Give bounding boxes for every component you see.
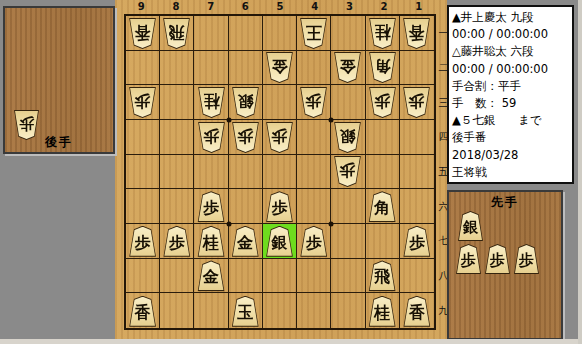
info-line-5: 手合割：平手 (452, 78, 569, 95)
piece-kanji: 歩 (409, 232, 425, 251)
sente-bishop-piece[interactable]: 角 (368, 191, 397, 222)
square-2-9[interactable]: 桂 (366, 293, 400, 328)
square-4-6[interactable] (297, 189, 331, 224)
sente-pawn-piece[interactable]: 歩 (402, 226, 431, 257)
piece-face: 金 (334, 53, 361, 82)
square-2-5[interactable] (366, 155, 400, 190)
piece-kanji: 銀 (271, 232, 287, 251)
square-1-5[interactable] (400, 155, 434, 190)
piece-face: 香 (403, 19, 430, 48)
square-5-9[interactable] (263, 293, 297, 328)
file-label-1: 1 (401, 1, 436, 13)
square-6-8[interactable] (229, 259, 263, 294)
window-bottom-edge (0, 339, 582, 344)
gote-pawn-piece[interactable]: 歩 (402, 87, 431, 118)
square-5-8[interactable] (263, 259, 297, 294)
square-8-8[interactable] (160, 259, 194, 294)
board-wood-background: 香飛王桂香金金角歩桂銀歩歩歩歩歩歩銀歩歩歩角歩歩桂金銀歩歩金飛香玉桂香 (115, 0, 447, 339)
piece-face: 歩 (198, 192, 225, 221)
square-4-9[interactable] (297, 293, 331, 328)
piece-kanji: 王 (306, 24, 322, 43)
shogi-board: 香飛王桂香金金角歩桂銀歩歩歩歩歩歩銀歩歩歩角歩歩桂金銀歩歩金飛香玉桂香 (124, 14, 436, 330)
square-3-4[interactable]: 銀 (331, 120, 365, 155)
square-8-5[interactable] (160, 155, 194, 190)
square-7-4[interactable]: 歩 (194, 120, 228, 155)
square-3-6[interactable] (331, 189, 365, 224)
piece-kanji: 桂 (203, 93, 219, 112)
square-5-5[interactable] (263, 155, 297, 190)
piece-face: 銀 (232, 88, 259, 117)
info-line-9: 2018/03/28 (452, 147, 569, 164)
square-1-4[interactable] (400, 120, 434, 155)
piece-face: 金 (232, 227, 259, 256)
square-8-6[interactable] (160, 189, 194, 224)
sente-pawn-piece[interactable]: 歩 (484, 244, 511, 274)
square-5-2[interactable]: 金 (263, 51, 297, 86)
info-line-2: 00:00 / 00:00:00 (452, 26, 569, 43)
board-star-point (329, 118, 334, 123)
board-star-point (226, 118, 231, 123)
square-9-3[interactable]: 歩 (126, 85, 160, 120)
square-3-1[interactable] (331, 16, 365, 51)
square-8-2[interactable] (160, 51, 194, 86)
piece-kanji: 歩 (135, 232, 151, 251)
piece-kanji: 角 (374, 197, 390, 216)
sente-tray-label: 先手 (449, 194, 561, 211)
square-1-8[interactable] (400, 259, 434, 294)
file-label-4: 4 (297, 1, 332, 13)
piece-face: 香 (129, 297, 156, 326)
board-star-point (329, 222, 334, 227)
board-star-point (226, 222, 231, 227)
square-3-8[interactable] (331, 259, 365, 294)
gote-pawn-piece[interactable]: 歩 (197, 122, 226, 153)
square-2-3[interactable]: 歩 (366, 85, 400, 120)
square-5-3[interactable] (263, 85, 297, 120)
piece-face: 玉 (232, 297, 259, 326)
square-7-6[interactable]: 歩 (194, 189, 228, 224)
piece-face: 歩 (163, 227, 190, 256)
piece-kanji: 歩 (271, 197, 287, 216)
sente-silver-piece[interactable]: 銀 (457, 211, 484, 241)
square-8-7[interactable]: 歩 (160, 224, 194, 259)
piece-face: 銀 (266, 227, 293, 256)
piece-face: 金 (266, 53, 293, 82)
square-5-4[interactable]: 歩 (263, 120, 297, 155)
piece-face: 桂 (198, 88, 225, 117)
piece-kanji: 歩 (203, 128, 219, 147)
piece-kanji: 桂 (374, 24, 390, 43)
piece-kanji: 香 (135, 24, 151, 43)
piece-face: 歩 (403, 227, 430, 256)
gote-knight-piece[interactable]: 桂 (368, 18, 397, 49)
gote-pawn-piece[interactable]: 歩 (368, 87, 397, 118)
square-4-4[interactable] (297, 120, 331, 155)
square-7-2[interactable] (194, 51, 228, 86)
gote-gold-piece[interactable]: 金 (333, 52, 362, 83)
piece-kanji: 飛 (374, 266, 390, 285)
piece-face: 銀 (458, 212, 483, 240)
file-label-6: 6 (228, 1, 263, 13)
piece-kanji: 歩 (169, 232, 185, 251)
square-7-1[interactable] (194, 16, 228, 51)
piece-kanji: 歩 (306, 93, 322, 112)
piece-kanji: 歩 (306, 232, 322, 251)
gote-pawn-piece[interactable]: 歩 (265, 122, 294, 153)
square-4-8[interactable] (297, 259, 331, 294)
piece-face: 香 (403, 297, 430, 326)
piece-kanji: 歩 (237, 128, 253, 147)
square-3-9[interactable] (331, 293, 365, 328)
piece-kanji: 歩 (374, 93, 390, 112)
piece-kanji: 香 (409, 24, 425, 43)
sente-rook-piece[interactable]: 飛 (368, 260, 397, 291)
square-3-3[interactable] (331, 85, 365, 120)
square-3-5[interactable]: 歩 (331, 155, 365, 190)
square-7-5[interactable] (194, 155, 228, 190)
piece-face: 歩 (266, 192, 293, 221)
info-line-4: 00:00 / 00:00:00 (452, 61, 569, 78)
square-2-6[interactable]: 角 (366, 189, 400, 224)
sente-pawn-piece[interactable]: 歩 (128, 226, 157, 257)
piece-face: 香 (129, 19, 156, 48)
square-9-7[interactable]: 歩 (126, 224, 160, 259)
square-9-2[interactable] (126, 51, 160, 86)
piece-kanji: 桂 (203, 232, 219, 251)
piece-kanji: 金 (271, 58, 287, 77)
square-1-2[interactable] (400, 51, 434, 86)
piece-face: 歩 (514, 245, 539, 273)
gote-lance-piece[interactable]: 香 (402, 18, 431, 49)
info-line-1: ▲井上慶太 九段 (452, 9, 569, 26)
square-6-9[interactable]: 玉 (229, 293, 263, 328)
square-6-6[interactable] (229, 189, 263, 224)
piece-face: 王 (300, 19, 327, 48)
square-9-4[interactable] (126, 120, 160, 155)
square-2-4[interactable] (366, 120, 400, 155)
shogi-app-window: 香飛王桂香金金角歩桂銀歩歩歩歩歩歩銀歩歩歩角歩歩桂金銀歩歩金飛香玉桂香 9876… (0, 0, 582, 344)
sente-pawn-piece[interactable]: 歩 (513, 244, 540, 274)
piece-kanji: 香 (409, 302, 425, 321)
file-coordinate-labels: 987654321 (124, 1, 436, 13)
square-8-9[interactable] (160, 293, 194, 328)
piece-face: 歩 (403, 88, 430, 117)
piece-face: 歩 (266, 123, 293, 152)
gote-knight-piece[interactable]: 桂 (197, 87, 226, 118)
piece-kanji: 香 (135, 302, 151, 321)
sente-pawn-piece[interactable]: 歩 (455, 244, 482, 274)
square-4-3[interactable]: 歩 (297, 85, 331, 120)
piece-kanji: 飛 (169, 24, 185, 43)
gote-captured-tray: 後手 歩 (3, 6, 115, 154)
piece-kanji: 桂 (374, 302, 390, 321)
sente-lance-piece[interactable]: 香 (402, 296, 431, 327)
square-9-9[interactable]: 香 (126, 293, 160, 328)
sente-gold-piece[interactable]: 金 (231, 226, 260, 257)
piece-kanji: 銀 (237, 93, 253, 112)
sente-pawn-piece[interactable]: 歩 (162, 226, 191, 257)
sente-pawn-piece[interactable]: 歩 (299, 226, 328, 257)
square-1-7[interactable]: 歩 (400, 224, 434, 259)
gote-pawn-piece[interactable]: 歩 (333, 156, 362, 187)
window-right-edge (578, 0, 582, 344)
square-5-6[interactable]: 歩 (263, 189, 297, 224)
file-label-8: 8 (159, 1, 194, 13)
gote-silver-piece[interactable]: 銀 (333, 122, 362, 153)
piece-kanji: 歩 (340, 162, 356, 181)
file-label-5: 5 (263, 1, 298, 13)
square-9-8[interactable] (126, 259, 160, 294)
square-6-2[interactable] (229, 51, 263, 86)
gote-king-piece[interactable]: 王 (299, 18, 328, 49)
sente-pawn-piece[interactable]: 歩 (197, 191, 226, 222)
square-9-1[interactable]: 香 (126, 16, 160, 51)
gote-pawn-piece[interactable]: 歩 (299, 87, 328, 118)
square-7-9[interactable] (194, 293, 228, 328)
piece-face: 歩 (198, 123, 225, 152)
square-6-4[interactable]: 歩 (229, 120, 263, 155)
piece-face: 角 (369, 192, 396, 221)
piece-kanji: 歩 (203, 197, 219, 216)
square-1-3[interactable]: 歩 (400, 85, 434, 120)
gote-lance-piece[interactable]: 香 (128, 18, 157, 49)
square-4-2[interactable] (297, 51, 331, 86)
file-label-9: 9 (124, 1, 159, 13)
piece-kanji: 金 (340, 58, 356, 77)
piece-face: 歩 (300, 227, 327, 256)
piece-face: 歩 (232, 123, 259, 152)
sente-knight-piece[interactable]: 桂 (197, 226, 226, 257)
piece-face: 銀 (334, 123, 361, 152)
square-3-7[interactable] (331, 224, 365, 259)
file-label-3: 3 (332, 1, 367, 13)
gote-rook-piece[interactable]: 飛 (162, 18, 191, 49)
piece-face: 歩 (456, 245, 481, 273)
gote-pawn-piece[interactable]: 歩 (231, 122, 260, 153)
piece-face: 歩 (369, 88, 396, 117)
sente-king-piece[interactable]: 玉 (231, 296, 260, 327)
piece-kanji: 歩 (135, 93, 151, 112)
gote-gold-piece[interactable]: 金 (265, 52, 294, 83)
square-4-1[interactable]: 王 (297, 16, 331, 51)
square-5-7[interactable]: 銀 (263, 224, 297, 259)
info-line-10: 王将戦 (452, 164, 569, 181)
piece-face: 桂 (198, 227, 225, 256)
square-3-2[interactable]: 金 (331, 51, 365, 86)
square-9-5[interactable] (126, 155, 160, 190)
square-4-7[interactable]: 歩 (297, 224, 331, 259)
square-2-2[interactable]: 角 (366, 51, 400, 86)
square-7-8[interactable]: 金 (194, 259, 228, 294)
piece-face: 飛 (163, 19, 190, 48)
piece-face: 桂 (369, 297, 396, 326)
sente-silver-piece[interactable]: 銀 (265, 226, 294, 257)
piece-face: 歩 (129, 227, 156, 256)
piece-kanji: 銀 (463, 217, 478, 235)
square-1-1[interactable]: 香 (400, 16, 434, 51)
piece-kanji: 金 (237, 232, 253, 251)
piece-face: 飛 (369, 261, 396, 290)
square-6-1[interactable] (229, 16, 263, 51)
square-2-7[interactable] (366, 224, 400, 259)
piece-face: 金 (198, 261, 225, 290)
piece-kanji: 歩 (19, 116, 34, 134)
piece-kanji: 金 (203, 266, 219, 285)
square-2-1[interactable]: 桂 (366, 16, 400, 51)
square-6-3[interactable]: 銀 (229, 85, 263, 120)
square-8-1[interactable]: 飛 (160, 16, 194, 51)
square-6-5[interactable] (229, 155, 263, 190)
game-info-panel: ▲井上慶太 九段00:00 / 00:00:00△藤井聡太 六段00:00 / … (447, 5, 574, 184)
square-2-8[interactable]: 飛 (366, 259, 400, 294)
piece-kanji: 歩 (461, 250, 476, 268)
info-line-3: △藤井聡太 六段 (452, 43, 569, 60)
file-label-7: 7 (193, 1, 228, 13)
piece-kanji: 歩 (490, 250, 505, 268)
file-label-2: 2 (367, 1, 402, 13)
piece-kanji: 角 (374, 58, 390, 77)
piece-face: 歩 (300, 88, 327, 117)
sente-lance-piece[interactable]: 香 (128, 296, 157, 327)
piece-kanji: 歩 (519, 250, 534, 268)
piece-face: 角 (369, 53, 396, 82)
sente-pawn-piece[interactable]: 歩 (265, 191, 294, 222)
square-8-4[interactable] (160, 120, 194, 155)
gote-pawn-piece[interactable]: 歩 (128, 87, 157, 118)
square-6-7[interactable]: 金 (229, 224, 263, 259)
gote-bishop-piece[interactable]: 角 (368, 52, 397, 83)
square-7-3[interactable]: 桂 (194, 85, 228, 120)
square-1-9[interactable]: 香 (400, 293, 434, 328)
info-line-6: 手 数： 59 (452, 95, 569, 112)
piece-face: 歩 (334, 157, 361, 186)
square-4-5[interactable] (297, 155, 331, 190)
piece-face: 歩 (129, 88, 156, 117)
info-line-7: ▲５七銀 まで (452, 112, 569, 129)
piece-kanji: 歩 (271, 128, 287, 147)
gote-silver-piece[interactable]: 銀 (231, 87, 260, 118)
sente-captured-tray: 先手 銀歩歩歩 (447, 190, 563, 340)
square-7-7[interactable]: 桂 (194, 224, 228, 259)
square-8-3[interactable] (160, 85, 194, 120)
piece-kanji: 歩 (409, 93, 425, 112)
sente-knight-piece[interactable]: 桂 (368, 296, 397, 327)
square-5-1[interactable] (263, 16, 297, 51)
piece-face: 歩 (485, 245, 510, 273)
info-line-8: 後手番 (452, 129, 569, 146)
square-9-6[interactable] (126, 189, 160, 224)
square-1-6[interactable] (400, 189, 434, 224)
piece-face: 桂 (369, 19, 396, 48)
piece-kanji: 玉 (237, 302, 253, 321)
sente-gold-piece[interactable]: 金 (197, 260, 226, 291)
piece-kanji: 銀 (340, 128, 356, 147)
